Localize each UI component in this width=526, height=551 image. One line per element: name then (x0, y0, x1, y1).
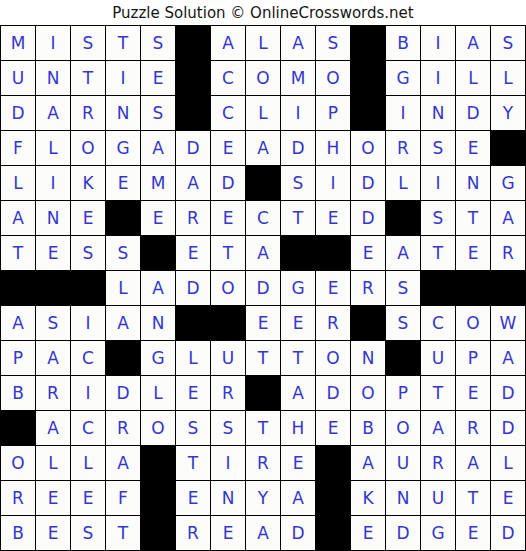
cell-r12c12: O (386, 411, 420, 445)
cell-r3c13: N (421, 96, 455, 130)
block-cell-r8c1 (1, 271, 35, 305)
cell-r9c13: C (421, 306, 455, 340)
cell-r1c3: S (71, 26, 105, 60)
cell-r12c10: E (316, 411, 350, 445)
cell-r2c8: O (246, 61, 280, 95)
page-title: Puzzle Solution © OnlineCrosswords.net (0, 0, 526, 25)
cell-r9c3: I (71, 306, 105, 340)
cell-r13c2: L (36, 446, 70, 480)
cell-r12c5: O (141, 411, 175, 445)
block-cell-r15c10 (316, 516, 350, 550)
cell-r6c13: S (421, 201, 455, 235)
cell-r2c10: O (316, 61, 350, 95)
cell-r6c1: A (1, 201, 35, 235)
cell-r3c14: D (456, 96, 490, 130)
puzzle-solution-page: Puzzle Solution © OnlineCrosswords.net M… (0, 0, 526, 551)
block-cell-r15c5 (141, 516, 175, 550)
cell-r8c10: E (316, 271, 350, 305)
cell-r8c9: G (281, 271, 315, 305)
cell-r1c10: S (316, 26, 350, 60)
cell-r7c12: A (386, 236, 420, 270)
cell-r10c15: A (491, 341, 525, 375)
cell-r2c7: C (211, 61, 245, 95)
cell-r5c3: K (71, 166, 105, 200)
cell-r14c8: Y (246, 481, 280, 515)
cell-r10c5: G (141, 341, 175, 375)
cell-r6c8: C (246, 201, 280, 235)
cell-r6c2: N (36, 201, 70, 235)
block-cell-r8c14 (456, 271, 490, 305)
block-cell-r9c7 (211, 306, 245, 340)
cell-r7c6: E (176, 236, 210, 270)
cell-r7c4: S (106, 236, 140, 270)
cell-r5c12: L (386, 166, 420, 200)
cell-r2c5: E (141, 61, 175, 95)
cell-r15c8: A (246, 516, 280, 550)
block-cell-r9c6 (176, 306, 210, 340)
cell-r9c5: N (141, 306, 175, 340)
cell-r13c14: A (456, 446, 490, 480)
cell-r1c15: S (491, 26, 525, 60)
cell-r14c6: E (176, 481, 210, 515)
cell-r12c7: S (211, 411, 245, 445)
cell-r9c4: A (106, 306, 140, 340)
cell-r13c11: A (351, 446, 385, 480)
cell-r15c6: R (176, 516, 210, 550)
block-cell-r7c10 (316, 236, 350, 270)
cell-r7c14: E (456, 236, 490, 270)
cell-r7c7: T (211, 236, 245, 270)
block-cell-r6c4 (106, 201, 140, 235)
cell-r10c3: C (71, 341, 105, 375)
cell-r9c9: E (281, 306, 315, 340)
cell-r11c1: B (1, 376, 35, 410)
cell-r1c8: L (246, 26, 280, 60)
cell-r11c13: T (421, 376, 455, 410)
cell-r12c3: C (71, 411, 105, 445)
cell-r14c2: E (36, 481, 70, 515)
cell-r5c2: I (36, 166, 70, 200)
cell-r9c10: R (316, 306, 350, 340)
block-cell-r8c2 (36, 271, 70, 305)
cell-r15c15: D (491, 516, 525, 550)
cell-r3c7: C (211, 96, 245, 130)
block-cell-r3c6 (176, 96, 210, 130)
cell-r3c5: S (141, 96, 175, 130)
cell-r5c10: I (316, 166, 350, 200)
cell-r14c7: N (211, 481, 245, 515)
block-cell-r9c11 (351, 306, 385, 340)
cell-r13c1: O (1, 446, 35, 480)
cell-r15c11: E (351, 516, 385, 550)
cell-r7c2: E (36, 236, 70, 270)
cell-r15c4: T (106, 516, 140, 550)
cell-r1c9: A (281, 26, 315, 60)
cell-r3c10: P (316, 96, 350, 130)
cell-r6c15: A (491, 201, 525, 235)
cell-r8c11: R (351, 271, 385, 305)
cell-r8c8: D (246, 271, 280, 305)
cell-r6c14: T (456, 201, 490, 235)
cell-r14c13: U (421, 481, 455, 515)
cell-r8c12: S (386, 271, 420, 305)
cell-r12c2: A (36, 411, 70, 445)
cell-r13c4: A (106, 446, 140, 480)
cell-r1c5: S (141, 26, 175, 60)
cell-r15c14: E (456, 516, 490, 550)
cell-r3c15: Y (491, 96, 525, 130)
cell-r7c13: T (421, 236, 455, 270)
cell-r11c9: A (281, 376, 315, 410)
cell-r7c11: E (351, 236, 385, 270)
cell-r10c7: U (211, 341, 245, 375)
cell-r10c14: P (456, 341, 490, 375)
cell-r15c3: S (71, 516, 105, 550)
cell-r7c3: S (71, 236, 105, 270)
block-cell-r3c11 (351, 96, 385, 130)
cell-r14c3: E (71, 481, 105, 515)
cell-r1c12: B (386, 26, 420, 60)
cell-r3c12: I (386, 96, 420, 130)
cell-r3c2: A (36, 96, 70, 130)
cell-r11c14: E (456, 376, 490, 410)
cell-r12c14: R (456, 411, 490, 445)
cell-r14c12: N (386, 481, 420, 515)
block-cell-r13c10 (316, 446, 350, 480)
cell-r11c4: D (106, 376, 140, 410)
cell-r6c11: D (351, 201, 385, 235)
cell-r2c9: M (281, 61, 315, 95)
block-cell-r1c11 (351, 26, 385, 60)
cell-r6c7: E (211, 201, 245, 235)
cell-r14c14: T (456, 481, 490, 515)
cell-r2c4: I (106, 61, 140, 95)
cell-r9c8: E (246, 306, 280, 340)
cell-r9c15: W (491, 306, 525, 340)
cell-r2c14: L (456, 61, 490, 95)
cell-r5c9: S (281, 166, 315, 200)
cell-r11c3: I (71, 376, 105, 410)
cell-r2c1: U (1, 61, 35, 95)
cell-r2c13: I (421, 61, 455, 95)
cell-r5c5: M (141, 166, 175, 200)
cell-r13c12: U (386, 446, 420, 480)
cell-r12c4: R (106, 411, 140, 445)
cell-r5c4: E (106, 166, 140, 200)
cell-r3c3: R (71, 96, 105, 130)
block-cell-r10c4 (106, 341, 140, 375)
cell-r10c8: T (246, 341, 280, 375)
cell-r8c7: O (211, 271, 245, 305)
cell-r3c1: D (1, 96, 35, 130)
cell-r14c9: A (281, 481, 315, 515)
cell-r9c1: A (1, 306, 35, 340)
cell-r13c7: I (211, 446, 245, 480)
cell-r4c2: L (36, 131, 70, 165)
cell-r5c6: A (176, 166, 210, 200)
cell-r5c11: D (351, 166, 385, 200)
cell-r6c6: R (176, 201, 210, 235)
block-cell-r8c13 (421, 271, 455, 305)
cell-r1c4: T (106, 26, 140, 60)
cell-r10c2: A (36, 341, 70, 375)
block-cell-r12c1 (1, 411, 35, 445)
cell-r14c15: E (491, 481, 525, 515)
cell-r4c4: G (106, 131, 140, 165)
cell-r4c6: D (176, 131, 210, 165)
cell-r6c10: E (316, 201, 350, 235)
cell-r14c4: F (106, 481, 140, 515)
cell-r4c11: O (351, 131, 385, 165)
cell-r2c15: L (491, 61, 525, 95)
cell-r11c6: E (176, 376, 210, 410)
cell-r14c11: K (351, 481, 385, 515)
block-cell-r7c9 (281, 236, 315, 270)
cell-r13c15: L (491, 446, 525, 480)
cell-r12c11: B (351, 411, 385, 445)
cell-r3c4: N (106, 96, 140, 130)
block-cell-r8c3 (71, 271, 105, 305)
cell-r5c7: D (211, 166, 245, 200)
cell-r1c2: I (36, 26, 70, 60)
cell-r12c8: T (246, 411, 280, 445)
cell-r6c5: E (141, 201, 175, 235)
cell-r15c1: B (1, 516, 35, 550)
cell-r7c8: A (246, 236, 280, 270)
cell-r13c9: E (281, 446, 315, 480)
cell-r10c6: L (176, 341, 210, 375)
cell-r4c13: S (421, 131, 455, 165)
block-cell-r14c5 (141, 481, 175, 515)
cell-r4c10: H (316, 131, 350, 165)
block-cell-r5c8 (246, 166, 280, 200)
cell-r3c8: L (246, 96, 280, 130)
block-cell-r6c12 (386, 201, 420, 235)
cell-r13c8: R (246, 446, 280, 480)
cell-r8c4: L (106, 271, 140, 305)
block-cell-r8c15 (491, 271, 525, 305)
cell-r11c10: D (316, 376, 350, 410)
block-cell-r7c5 (141, 236, 175, 270)
cell-r15c9: D (281, 516, 315, 550)
cell-r11c12: P (386, 376, 420, 410)
cell-r7c1: T (1, 236, 35, 270)
cell-r10c13: U (421, 341, 455, 375)
cell-r4c9: D (281, 131, 315, 165)
cell-r1c1: M (1, 26, 35, 60)
cell-r11c5: L (141, 376, 175, 410)
cell-r10c1: P (1, 341, 35, 375)
cell-r14c1: R (1, 481, 35, 515)
crossword-grid: MISTSALASBIASUNTIECOMOGILLDARNSCLIPINDYF… (0, 25, 526, 551)
block-cell-r13c5 (141, 446, 175, 480)
cell-r13c3: L (71, 446, 105, 480)
cell-r1c7: A (211, 26, 245, 60)
cell-r11c15: D (491, 376, 525, 410)
cell-r5c13: I (421, 166, 455, 200)
cell-r4c8: A (246, 131, 280, 165)
cell-r4c12: R (386, 131, 420, 165)
cell-r15c13: G (421, 516, 455, 550)
block-cell-r14c10 (316, 481, 350, 515)
cell-r9c14: O (456, 306, 490, 340)
block-cell-r1c6 (176, 26, 210, 60)
cell-r5c15: G (491, 166, 525, 200)
cell-r11c7: R (211, 376, 245, 410)
block-cell-r2c6 (176, 61, 210, 95)
cell-r4c14: E (456, 131, 490, 165)
cell-r4c3: O (71, 131, 105, 165)
cell-r13c13: R (421, 446, 455, 480)
cell-r12c9: H (281, 411, 315, 445)
cell-r10c11: N (351, 341, 385, 375)
cell-r2c3: T (71, 61, 105, 95)
cell-r15c7: E (211, 516, 245, 550)
cell-r1c14: A (456, 26, 490, 60)
block-cell-r11c8 (246, 376, 280, 410)
cell-r15c2: E (36, 516, 70, 550)
cell-r2c12: G (386, 61, 420, 95)
cell-r12c6: S (176, 411, 210, 445)
cell-r10c10: O (316, 341, 350, 375)
cell-r4c7: E (211, 131, 245, 165)
cell-r5c1: L (1, 166, 35, 200)
cell-r11c11: O (351, 376, 385, 410)
cell-r6c9: T (281, 201, 315, 235)
block-cell-r10c12 (386, 341, 420, 375)
cell-r9c2: S (36, 306, 70, 340)
cell-r7c15: R (491, 236, 525, 270)
block-cell-r2c11 (351, 61, 385, 95)
cell-r4c5: A (141, 131, 175, 165)
cell-r3c9: I (281, 96, 315, 130)
cell-r9c12: S (386, 306, 420, 340)
cell-r12c15: D (491, 411, 525, 445)
cell-r15c12: D (386, 516, 420, 550)
cell-r5c14: N (456, 166, 490, 200)
cell-r2c2: N (36, 61, 70, 95)
cell-r4c1: F (1, 131, 35, 165)
cell-r6c3: E (71, 201, 105, 235)
cell-r12c13: A (421, 411, 455, 445)
cell-r8c5: A (141, 271, 175, 305)
block-cell-r4c15 (491, 131, 525, 165)
cell-r1c13: I (421, 26, 455, 60)
cell-r11c2: R (36, 376, 70, 410)
cell-r10c9: T (281, 341, 315, 375)
cell-r13c6: T (176, 446, 210, 480)
cell-r8c6: D (176, 271, 210, 305)
